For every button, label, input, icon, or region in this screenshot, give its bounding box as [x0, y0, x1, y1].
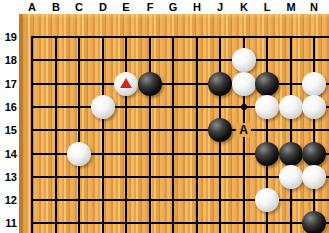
grid-line-v-N: [313, 36, 315, 233]
grid-line-v-E: [125, 36, 127, 233]
coord-letter-L: L: [257, 0, 277, 14]
grid-line-v-B: [55, 36, 57, 233]
stone-black-L14[interactable]: [255, 142, 279, 166]
coord-number-19: 19: [0, 30, 17, 44]
coord-number-12: 12: [0, 193, 17, 207]
coord-letter-K: K: [234, 0, 254, 14]
stone-white-N13[interactable]: [302, 165, 326, 189]
stone-white-E17[interactable]: [114, 72, 138, 96]
stone-white-D16[interactable]: [91, 95, 115, 119]
stone-black-M14[interactable]: [279, 142, 303, 166]
coord-number-13: 13: [0, 170, 17, 184]
point-label-A-K15[interactable]: A: [236, 123, 251, 137]
coord-letter-D: D: [93, 0, 113, 14]
stone-black-J15[interactable]: [208, 118, 232, 142]
goban-left-shadow: [19, 14, 28, 233]
stone-white-L12[interactable]: [255, 188, 279, 212]
grid-line-h-15: [31, 129, 329, 131]
coord-letter-F: F: [140, 0, 160, 14]
grid-line-v-M: [290, 36, 292, 233]
star-point-K16: [241, 104, 247, 110]
grid-line-v-H: [196, 36, 198, 233]
stone-white-M16[interactable]: [279, 95, 303, 119]
coord-letter-N: N: [304, 0, 324, 14]
stone-black-N11[interactable]: [302, 211, 326, 233]
grid-line-h-18: [31, 59, 329, 61]
goban-top-highlight: [19, 14, 329, 19]
coord-letter-A: A: [22, 0, 42, 14]
grid-line-h-11: [31, 222, 329, 224]
coord-number-15: 15: [0, 123, 17, 137]
coord-letter-B: B: [46, 0, 66, 14]
grid-line-h-17: [31, 83, 329, 85]
coord-letter-J: J: [210, 0, 230, 14]
coord-number-14: 14: [0, 147, 17, 161]
stone-white-N17[interactable]: [302, 72, 326, 96]
stone-black-J17[interactable]: [208, 72, 232, 96]
stone-white-K17[interactable]: [232, 72, 256, 96]
grid-line-v-A: [31, 36, 33, 233]
stone-white-C14[interactable]: [67, 142, 91, 166]
coord-number-11: 11: [0, 216, 17, 230]
coord-letter-M: M: [281, 0, 301, 14]
stone-black-N14[interactable]: [302, 142, 326, 166]
grid-line-h-12: [31, 199, 329, 201]
coord-letter-G: G: [163, 0, 183, 14]
grid-line-v-D: [102, 36, 104, 233]
grid-line-v-G: [172, 36, 174, 233]
grid-line-h-19: [31, 36, 329, 38]
grid-line-v-C: [78, 36, 80, 233]
coord-number-18: 18: [0, 53, 17, 67]
coord-number-16: 16: [0, 100, 17, 114]
stone-black-F17[interactable]: [138, 72, 162, 96]
go-board-diagram: ABCDEFGHJKLMN191817161514131211A: [0, 0, 329, 233]
stone-white-M13[interactable]: [279, 165, 303, 189]
coord-number-17: 17: [0, 77, 17, 91]
stone-white-L16[interactable]: [255, 95, 279, 119]
grid-line-v-F: [149, 36, 151, 233]
coord-letter-E: E: [116, 0, 136, 14]
stone-black-L17[interactable]: [255, 72, 279, 96]
stone-white-N16[interactable]: [302, 95, 326, 119]
coord-letter-H: H: [187, 0, 207, 14]
stone-white-K18[interactable]: [232, 48, 256, 72]
triangle-marker: [120, 78, 132, 88]
coord-letter-C: C: [69, 0, 89, 14]
